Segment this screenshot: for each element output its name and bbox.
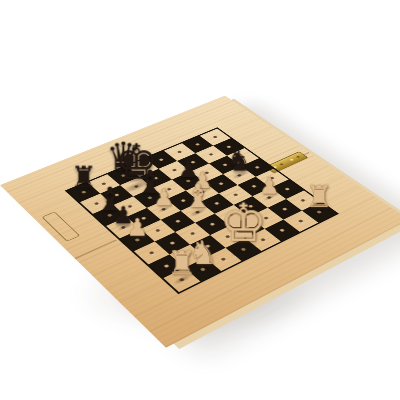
peg-hole — [212, 136, 217, 139]
peg-hole — [203, 171, 208, 174]
peg-hole — [171, 169, 176, 172]
peg-hole — [251, 185, 257, 188]
product-photo-stage: ♜♛♚♝♝♟♟♞♟♟♟♝♟♞♜♚♜ — [0, 0, 400, 400]
peg-hole — [194, 143, 199, 146]
peg-hole — [226, 145, 231, 148]
peg-hole — [152, 177, 157, 180]
peg-hole — [176, 150, 181, 153]
piece-white-rook[interactable]: ♜ — [149, 247, 215, 280]
piece-white-pawn[interactable]: ♟ — [106, 216, 169, 240]
peg-hole — [190, 161, 195, 164]
peg-hole — [254, 166, 259, 169]
peg-hole — [281, 207, 287, 210]
peg-hole — [174, 219, 180, 223]
fold-seam-left — [74, 239, 116, 259]
brass-hinge-left — [41, 211, 80, 241]
peg-hole — [158, 158, 163, 161]
piece-white-rook[interactable]: ♜ — [289, 182, 350, 212]
peg-hole — [269, 176, 274, 179]
peg-hole — [208, 153, 213, 156]
peg-hole — [120, 174, 125, 177]
peg-hole — [240, 155, 245, 158]
peg-hole — [297, 219, 303, 223]
peg-hole — [222, 163, 227, 166]
peg-hole — [236, 174, 241, 177]
peg-hole — [139, 166, 144, 169]
peg-hole — [278, 228, 284, 232]
